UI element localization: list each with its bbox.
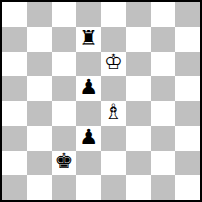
square-e6[interactable]: ♔ <box>101 52 126 77</box>
piece-white-king[interactable]: ♔ <box>104 52 123 73</box>
square-b2[interactable] <box>27 151 52 176</box>
square-h1[interactable] <box>175 175 200 200</box>
square-f5[interactable] <box>126 76 151 101</box>
square-a7[interactable] <box>2 27 27 52</box>
square-f2[interactable] <box>126 151 151 176</box>
square-d3[interactable]: ♟ <box>76 126 101 151</box>
square-e7[interactable] <box>101 27 126 52</box>
square-d6[interactable] <box>76 52 101 77</box>
square-g4[interactable] <box>151 101 176 126</box>
square-b1[interactable] <box>27 175 52 200</box>
square-a5[interactable] <box>2 76 27 101</box>
piece-black-rook[interactable]: ♜ <box>79 28 98 49</box>
piece-white-bishop[interactable]: ♗ <box>104 102 123 123</box>
square-f4[interactable] <box>126 101 151 126</box>
square-h2[interactable] <box>175 151 200 176</box>
square-g5[interactable] <box>151 76 176 101</box>
square-a2[interactable] <box>2 151 27 176</box>
square-d1[interactable] <box>76 175 101 200</box>
square-g8[interactable] <box>151 2 176 27</box>
square-b7[interactable] <box>27 27 52 52</box>
square-h5[interactable] <box>175 76 200 101</box>
square-c3[interactable] <box>52 126 77 151</box>
square-h3[interactable] <box>175 126 200 151</box>
square-b5[interactable] <box>27 76 52 101</box>
square-f1[interactable] <box>126 175 151 200</box>
square-a3[interactable] <box>2 126 27 151</box>
square-c1[interactable] <box>52 175 77 200</box>
square-b6[interactable] <box>27 52 52 77</box>
square-g2[interactable] <box>151 151 176 176</box>
square-a1[interactable] <box>2 175 27 200</box>
square-f8[interactable] <box>126 2 151 27</box>
square-h8[interactable] <box>175 2 200 27</box>
square-g1[interactable] <box>151 175 176 200</box>
square-e2[interactable] <box>101 151 126 176</box>
square-e4[interactable]: ♗ <box>101 101 126 126</box>
square-d2[interactable] <box>76 151 101 176</box>
piece-black-pawn[interactable]: ♟ <box>79 77 98 98</box>
square-f7[interactable] <box>126 27 151 52</box>
square-f6[interactable] <box>126 52 151 77</box>
square-g3[interactable] <box>151 126 176 151</box>
square-e3[interactable] <box>101 126 126 151</box>
piece-black-pawn[interactable]: ♟ <box>79 127 98 148</box>
square-f3[interactable] <box>126 126 151 151</box>
square-h4[interactable] <box>175 101 200 126</box>
square-c4[interactable] <box>52 101 77 126</box>
square-c5[interactable] <box>52 76 77 101</box>
square-d5[interactable]: ♟ <box>76 76 101 101</box>
square-a6[interactable] <box>2 52 27 77</box>
square-d4[interactable] <box>76 101 101 126</box>
square-h6[interactable] <box>175 52 200 77</box>
square-b3[interactable] <box>27 126 52 151</box>
square-c7[interactable] <box>52 27 77 52</box>
square-d7[interactable]: ♜ <box>76 27 101 52</box>
chess-board-frame: ♜♔♟♗♟♚ <box>0 0 202 202</box>
square-b4[interactable] <box>27 101 52 126</box>
square-a4[interactable] <box>2 101 27 126</box>
square-a8[interactable] <box>2 2 27 27</box>
square-d8[interactable] <box>76 2 101 27</box>
square-b8[interactable] <box>27 2 52 27</box>
square-e5[interactable] <box>101 76 126 101</box>
square-c6[interactable] <box>52 52 77 77</box>
square-h7[interactable] <box>175 27 200 52</box>
square-c2[interactable]: ♚ <box>52 151 77 176</box>
square-g6[interactable] <box>151 52 176 77</box>
square-e1[interactable] <box>101 175 126 200</box>
chess-board: ♜♔♟♗♟♚ <box>2 2 200 200</box>
square-c8[interactable] <box>52 2 77 27</box>
piece-black-king[interactable]: ♚ <box>54 151 73 172</box>
square-e8[interactable] <box>101 2 126 27</box>
square-g7[interactable] <box>151 27 176 52</box>
